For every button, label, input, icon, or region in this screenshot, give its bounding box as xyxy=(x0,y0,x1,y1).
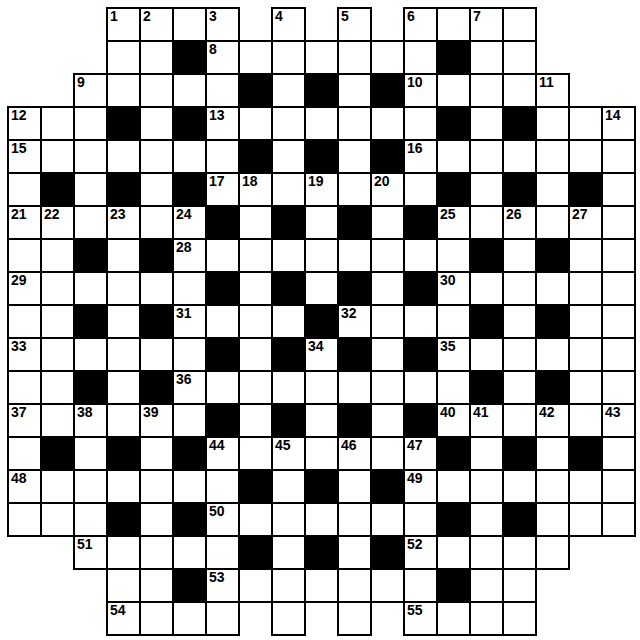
grid-cell[interactable] xyxy=(536,206,569,239)
grid-cell[interactable] xyxy=(338,569,371,602)
grid-cell[interactable] xyxy=(173,338,206,371)
grid-cell[interactable] xyxy=(272,569,305,602)
grid-cell[interactable] xyxy=(536,470,569,503)
grid-cell[interactable] xyxy=(239,272,272,305)
grid-cell[interactable]: 36 xyxy=(173,371,206,404)
grid-cell[interactable] xyxy=(41,371,74,404)
grid-cell[interactable] xyxy=(305,41,338,74)
grid-cell[interactable]: 14 xyxy=(602,107,635,140)
grid-cell[interactable] xyxy=(107,338,140,371)
grid-cell[interactable] xyxy=(536,536,569,569)
grid-cell[interactable] xyxy=(41,305,74,338)
grid-cell[interactable] xyxy=(272,107,305,140)
grid-cell[interactable] xyxy=(437,305,470,338)
grid-cell[interactable] xyxy=(470,338,503,371)
grid-cell[interactable] xyxy=(140,272,173,305)
grid-cell[interactable]: 18 xyxy=(239,173,272,206)
block-cell xyxy=(371,536,404,569)
grid-cell[interactable] xyxy=(437,74,470,107)
grid-cell[interactable] xyxy=(602,206,635,239)
grid-cell[interactable] xyxy=(404,569,437,602)
block-cell xyxy=(206,272,239,305)
grid-cell[interactable] xyxy=(305,404,338,437)
clue-number: 9 xyxy=(77,75,85,90)
grid-cell[interactable] xyxy=(41,404,74,437)
grid-cell[interactable] xyxy=(140,338,173,371)
grid-cell[interactable] xyxy=(536,107,569,140)
grid-cell[interactable] xyxy=(602,140,635,173)
grid-cell[interactable] xyxy=(404,239,437,272)
grid-cell[interactable]: 8 xyxy=(206,41,239,74)
block-cell xyxy=(107,503,140,536)
grid-cell[interactable] xyxy=(470,206,503,239)
grid-cell[interactable]: 27 xyxy=(569,206,602,239)
grid-cell[interactable] xyxy=(41,239,74,272)
grid-cell[interactable] xyxy=(272,173,305,206)
grid-cell[interactable]: 53 xyxy=(206,569,239,602)
grid-cell[interactable]: 44 xyxy=(206,437,239,470)
grid-cell[interactable] xyxy=(503,41,536,74)
grid-cell[interactable] xyxy=(338,140,371,173)
grid-cell[interactable] xyxy=(569,338,602,371)
grid-cell[interactable]: 50 xyxy=(206,503,239,536)
block-cell xyxy=(272,272,305,305)
grid-cell[interactable] xyxy=(602,173,635,206)
clue-number: 14 xyxy=(605,108,621,123)
grid-cell[interactable] xyxy=(41,338,74,371)
grid-cell[interactable] xyxy=(404,107,437,140)
grid-cell[interactable] xyxy=(206,140,239,173)
block-cell xyxy=(41,437,74,470)
grid-cell[interactable] xyxy=(470,470,503,503)
grid-cell[interactable] xyxy=(140,107,173,140)
grid-cell[interactable] xyxy=(404,503,437,536)
grid-cell[interactable] xyxy=(8,371,41,404)
grid-cell[interactable]: 22 xyxy=(41,206,74,239)
clue-number: 55 xyxy=(407,603,423,618)
grid-cell[interactable] xyxy=(272,239,305,272)
grid-cell[interactable] xyxy=(206,371,239,404)
grid-cell[interactable]: 4 xyxy=(272,8,305,41)
grid-cell[interactable] xyxy=(602,470,635,503)
clue-number: 27 xyxy=(572,207,588,222)
grid-cell[interactable] xyxy=(602,305,635,338)
grid-cell[interactable] xyxy=(173,140,206,173)
grid-cell[interactable] xyxy=(41,470,74,503)
grid-cell[interactable] xyxy=(8,239,41,272)
grid-cell[interactable] xyxy=(272,140,305,173)
block-cell xyxy=(173,173,206,206)
grid-cell[interactable] xyxy=(338,470,371,503)
grid-cell[interactable] xyxy=(272,371,305,404)
grid-cell[interactable] xyxy=(470,569,503,602)
block-cell xyxy=(239,470,272,503)
grid-cell[interactable] xyxy=(305,437,338,470)
grid-cell[interactable]: 41 xyxy=(470,404,503,437)
grid-cell[interactable] xyxy=(74,338,107,371)
grid-cell[interactable] xyxy=(107,371,140,404)
grid-cell[interactable] xyxy=(272,503,305,536)
grid-cell[interactable] xyxy=(404,173,437,206)
grid-cell[interactable] xyxy=(602,503,635,536)
grid-cell[interactable] xyxy=(503,74,536,107)
clue-number: 12 xyxy=(11,108,27,123)
grid-cell[interactable] xyxy=(272,41,305,74)
grid-cell[interactable] xyxy=(602,239,635,272)
grid-cell[interactable]: 29 xyxy=(8,272,41,305)
block-cell xyxy=(470,371,503,404)
grid-cell[interactable]: 39 xyxy=(140,404,173,437)
grid-cell[interactable]: 40 xyxy=(437,404,470,437)
grid-cell[interactable] xyxy=(569,305,602,338)
grid-cell[interactable]: 19 xyxy=(305,173,338,206)
grid-cell[interactable] xyxy=(107,569,140,602)
grid-cell[interactable] xyxy=(470,536,503,569)
grid-cell[interactable]: 54 xyxy=(107,602,140,635)
grid-cell[interactable] xyxy=(272,602,305,635)
grid-cell[interactable] xyxy=(239,41,272,74)
grid-cell[interactable] xyxy=(371,41,404,74)
grid-cell[interactable] xyxy=(173,536,206,569)
clue-number: 26 xyxy=(506,207,522,222)
grid-cell[interactable]: 55 xyxy=(404,602,437,635)
grid-cell[interactable] xyxy=(107,272,140,305)
grid-cell[interactable]: 23 xyxy=(107,206,140,239)
grid-cell[interactable] xyxy=(206,602,239,635)
grid-cell[interactable] xyxy=(140,536,173,569)
grid-cell[interactable] xyxy=(371,569,404,602)
grid-cell[interactable]: 25 xyxy=(437,206,470,239)
grid-cell[interactable] xyxy=(74,173,107,206)
grid-cell[interactable] xyxy=(470,503,503,536)
grid-cell[interactable] xyxy=(338,371,371,404)
block-cell xyxy=(437,41,470,74)
grid-cell[interactable] xyxy=(140,602,173,635)
grid-cell[interactable] xyxy=(602,437,635,470)
grid-cell[interactable] xyxy=(503,470,536,503)
grid-cell[interactable] xyxy=(569,371,602,404)
clue-number: 25 xyxy=(440,207,456,222)
grid-cell[interactable] xyxy=(470,272,503,305)
clue-number: 54 xyxy=(110,603,126,618)
grid-cell[interactable] xyxy=(8,305,41,338)
block-cell xyxy=(173,107,206,140)
clue-number: 53 xyxy=(209,570,225,585)
block-cell xyxy=(173,437,206,470)
grid-cell[interactable] xyxy=(503,536,536,569)
block-cell xyxy=(173,503,206,536)
grid-cell[interactable] xyxy=(371,239,404,272)
grid-cell[interactable] xyxy=(74,140,107,173)
grid-cell[interactable] xyxy=(140,470,173,503)
grid-cell[interactable] xyxy=(437,371,470,404)
grid-cell[interactable]: 45 xyxy=(272,437,305,470)
grid-cell[interactable] xyxy=(503,404,536,437)
grid-cell[interactable] xyxy=(140,437,173,470)
grid-cell[interactable]: 2 xyxy=(140,8,173,41)
grid-cell[interactable]: 35 xyxy=(437,338,470,371)
grid-cell[interactable] xyxy=(569,239,602,272)
grid-cell[interactable] xyxy=(503,371,536,404)
clue-number: 10 xyxy=(407,75,423,90)
grid-cell[interactable] xyxy=(41,140,74,173)
clue-number: 45 xyxy=(275,438,291,453)
grid-cell[interactable] xyxy=(503,140,536,173)
grid-cell[interactable] xyxy=(569,404,602,437)
grid-cell[interactable] xyxy=(503,272,536,305)
grid-cell[interactable]: 15 xyxy=(8,140,41,173)
grid-cell[interactable]: 43 xyxy=(602,404,635,437)
grid-cell[interactable] xyxy=(173,470,206,503)
grid-cell[interactable]: 12 xyxy=(8,107,41,140)
grid-cell[interactable]: 52 xyxy=(404,536,437,569)
grid-cell[interactable] xyxy=(371,107,404,140)
grid-cell[interactable] xyxy=(239,239,272,272)
grid-cell[interactable] xyxy=(404,371,437,404)
grid-cell[interactable] xyxy=(338,107,371,140)
grid-cell[interactable] xyxy=(437,470,470,503)
grid-cell[interactable] xyxy=(437,536,470,569)
grid-cell[interactable] xyxy=(338,41,371,74)
clue-number: 20 xyxy=(374,174,390,189)
grid-cell[interactable] xyxy=(470,41,503,74)
grid-cell[interactable] xyxy=(338,536,371,569)
grid-cell[interactable] xyxy=(272,305,305,338)
grid-cell[interactable] xyxy=(569,503,602,536)
grid-cell[interactable] xyxy=(107,239,140,272)
grid-cell[interactable] xyxy=(371,404,404,437)
grid-cell[interactable]: 9 xyxy=(74,74,107,107)
grid-cell[interactable] xyxy=(602,371,635,404)
grid-cell[interactable] xyxy=(173,602,206,635)
grid-cell[interactable] xyxy=(272,536,305,569)
grid-cell[interactable] xyxy=(239,404,272,437)
grid-cell[interactable] xyxy=(338,602,371,635)
grid-cell[interactable]: 20 xyxy=(371,173,404,206)
grid-cell[interactable] xyxy=(305,206,338,239)
grid-cell[interactable] xyxy=(206,305,239,338)
grid-cell[interactable] xyxy=(371,437,404,470)
grid-cell[interactable] xyxy=(239,305,272,338)
clue-number: 50 xyxy=(209,504,225,519)
grid-cell[interactable]: 10 xyxy=(404,74,437,107)
grid-cell[interactable]: 13 xyxy=(206,107,239,140)
block-cell xyxy=(305,470,338,503)
grid-cell[interactable]: 38 xyxy=(74,404,107,437)
clue-number: 41 xyxy=(473,405,489,420)
grid-cell[interactable] xyxy=(74,503,107,536)
grid-cell[interactable] xyxy=(206,536,239,569)
grid-cell[interactable] xyxy=(371,371,404,404)
grid-cell[interactable]: 24 xyxy=(173,206,206,239)
grid-cell[interactable] xyxy=(173,272,206,305)
grid-cell[interactable]: 42 xyxy=(536,404,569,437)
block-cell xyxy=(272,338,305,371)
grid-cell[interactable] xyxy=(569,140,602,173)
clue-number: 38 xyxy=(77,405,93,420)
grid-cell[interactable] xyxy=(437,140,470,173)
grid-cell[interactable] xyxy=(503,305,536,338)
grid-cell[interactable] xyxy=(536,503,569,536)
grid-cell[interactable] xyxy=(569,470,602,503)
grid-cell[interactable] xyxy=(173,8,206,41)
grid-cell[interactable] xyxy=(74,272,107,305)
grid-cell[interactable] xyxy=(338,503,371,536)
block-cell xyxy=(404,272,437,305)
grid-cell[interactable] xyxy=(503,239,536,272)
grid-cell[interactable] xyxy=(107,140,140,173)
clue-number: 13 xyxy=(209,108,225,123)
grid-cell[interactable] xyxy=(140,503,173,536)
grid-cell[interactable]: 1 xyxy=(107,8,140,41)
clue-number: 33 xyxy=(11,339,27,354)
grid-cell[interactable] xyxy=(140,173,173,206)
grid-cell[interactable] xyxy=(305,503,338,536)
grid-cell[interactable] xyxy=(74,206,107,239)
grid-cell[interactable] xyxy=(470,140,503,173)
block-cell xyxy=(338,206,371,239)
grid-cell[interactable] xyxy=(272,470,305,503)
grid-cell[interactable] xyxy=(107,41,140,74)
grid-cell[interactable] xyxy=(8,503,41,536)
grid-cell[interactable] xyxy=(74,107,107,140)
grid-cell[interactable] xyxy=(602,272,635,305)
grid-cell[interactable] xyxy=(470,173,503,206)
grid-cell[interactable]: 3 xyxy=(206,8,239,41)
grid-cell[interactable] xyxy=(173,404,206,437)
grid-cell[interactable] xyxy=(503,602,536,635)
grid-cell[interactable] xyxy=(239,569,272,602)
grid-cell[interactable] xyxy=(173,74,206,107)
grid-cell[interactable] xyxy=(140,41,173,74)
grid-cell[interactable] xyxy=(470,107,503,140)
grid-cell[interactable] xyxy=(41,272,74,305)
grid-cell[interactable] xyxy=(536,140,569,173)
grid-cell[interactable] xyxy=(239,107,272,140)
grid-cell[interactable] xyxy=(470,602,503,635)
clue-number: 23 xyxy=(110,207,126,222)
grid-cell[interactable] xyxy=(371,272,404,305)
grid-cell[interactable]: 21 xyxy=(8,206,41,239)
grid-cell[interactable]: 17 xyxy=(206,173,239,206)
grid-cell[interactable] xyxy=(140,140,173,173)
grid-cell[interactable] xyxy=(107,536,140,569)
grid-cell[interactable]: 37 xyxy=(8,404,41,437)
grid-cell[interactable] xyxy=(272,74,305,107)
grid-cell[interactable] xyxy=(569,272,602,305)
grid-cell[interactable]: 49 xyxy=(404,470,437,503)
grid-cell[interactable] xyxy=(536,272,569,305)
grid-cell[interactable] xyxy=(107,305,140,338)
block-cell xyxy=(206,338,239,371)
grid-cell[interactable]: 51 xyxy=(74,536,107,569)
grid-cell[interactable] xyxy=(602,338,635,371)
grid-cell[interactable] xyxy=(140,569,173,602)
grid-cell[interactable]: 30 xyxy=(437,272,470,305)
grid-cell[interactable] xyxy=(74,437,107,470)
grid-cell[interactable] xyxy=(140,206,173,239)
grid-cell[interactable]: 48 xyxy=(8,470,41,503)
grid-cell[interactable] xyxy=(239,437,272,470)
grid-cell[interactable] xyxy=(371,338,404,371)
grid-cell[interactable] xyxy=(239,371,272,404)
grid-cell[interactable]: 47 xyxy=(404,437,437,470)
grid-cell[interactable]: 26 xyxy=(503,206,536,239)
grid-cell[interactable] xyxy=(437,8,470,41)
grid-cell[interactable] xyxy=(305,107,338,140)
grid-cell[interactable]: 11 xyxy=(536,74,569,107)
grid-cell[interactable] xyxy=(536,173,569,206)
block-cell xyxy=(338,272,371,305)
grid-cell[interactable] xyxy=(470,74,503,107)
grid-cell[interactable] xyxy=(239,206,272,239)
grid-cell[interactable] xyxy=(305,371,338,404)
grid-cell[interactable] xyxy=(206,239,239,272)
grid-cell[interactable] xyxy=(503,8,536,41)
grid-cell[interactable] xyxy=(140,74,173,107)
grid-cell[interactable] xyxy=(305,239,338,272)
grid-cell[interactable]: 32 xyxy=(338,305,371,338)
clue-number: 40 xyxy=(440,405,456,420)
grid-cell[interactable] xyxy=(239,503,272,536)
grid-cell[interactable] xyxy=(371,503,404,536)
grid-cell[interactable] xyxy=(371,206,404,239)
grid-cell[interactable] xyxy=(8,173,41,206)
grid-cell[interactable] xyxy=(569,107,602,140)
grid-cell[interactable] xyxy=(437,239,470,272)
grid-cell[interactable] xyxy=(41,107,74,140)
grid-cell[interactable] xyxy=(41,503,74,536)
grid-cell[interactable] xyxy=(305,569,338,602)
grid-cell[interactable] xyxy=(8,437,41,470)
grid-cell[interactable] xyxy=(338,74,371,107)
grid-cell[interactable]: 7 xyxy=(470,8,503,41)
grid-cell[interactable] xyxy=(338,239,371,272)
grid-cell[interactable] xyxy=(503,569,536,602)
grid-cell[interactable] xyxy=(206,470,239,503)
grid-cell[interactable] xyxy=(206,74,239,107)
block-cell xyxy=(74,371,107,404)
block-cell xyxy=(371,470,404,503)
block-cell xyxy=(338,404,371,437)
grid-cell[interactable] xyxy=(74,470,107,503)
grid-cell[interactable] xyxy=(404,305,437,338)
grid-cell[interactable] xyxy=(371,305,404,338)
grid-cell[interactable]: 31 xyxy=(173,305,206,338)
grid-cell[interactable]: 33 xyxy=(8,338,41,371)
grid-cell[interactable] xyxy=(338,173,371,206)
grid-cell[interactable] xyxy=(536,437,569,470)
grid-cell[interactable]: 46 xyxy=(338,437,371,470)
grid-cell[interactable]: 28 xyxy=(173,239,206,272)
grid-cell[interactable]: 34 xyxy=(305,338,338,371)
grid-cell[interactable]: 5 xyxy=(338,8,371,41)
grid-cell[interactable]: 16 xyxy=(404,140,437,173)
grid-cell[interactable] xyxy=(107,470,140,503)
grid-cell[interactable] xyxy=(503,338,536,371)
grid-cell[interactable] xyxy=(107,404,140,437)
grid-cell[interactable] xyxy=(404,41,437,74)
grid-cell[interactable] xyxy=(107,74,140,107)
grid-cell[interactable] xyxy=(470,437,503,470)
block-cell xyxy=(536,305,569,338)
grid-cell[interactable]: 6 xyxy=(404,8,437,41)
grid-cell[interactable] xyxy=(536,338,569,371)
grid-cell[interactable] xyxy=(305,272,338,305)
block-cell xyxy=(305,305,338,338)
grid-cell[interactable] xyxy=(239,338,272,371)
grid-cell[interactable] xyxy=(437,602,470,635)
